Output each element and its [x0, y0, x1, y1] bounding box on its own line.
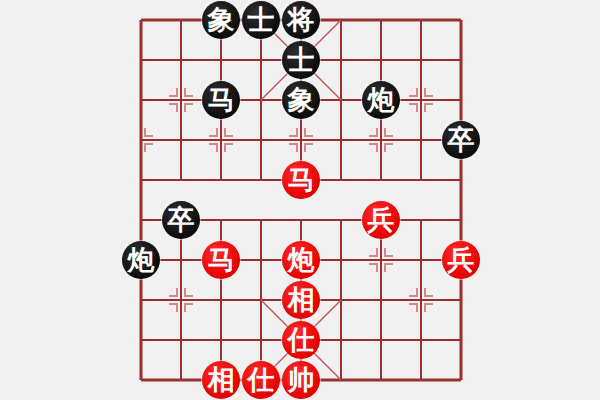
piece-red-soldier[interactable]: 兵	[362, 201, 400, 239]
piece-red-horse[interactable]: 马	[202, 241, 240, 279]
piece-black-soldier[interactable]: 卒	[442, 121, 480, 159]
pieces-layer: 象士将士马象炮卒马卒兵炮马炮兵相仕相仕帅	[0, 0, 600, 400]
piece-black-advisor[interactable]: 士	[242, 1, 280, 39]
piece-red-cannon[interactable]: 炮	[282, 241, 320, 279]
piece-black-cannon[interactable]: 炮	[122, 241, 160, 279]
piece-black-cannon[interactable]: 炮	[362, 81, 400, 119]
piece-red-soldier[interactable]: 兵	[442, 241, 480, 279]
piece-black-elephant[interactable]: 象	[282, 81, 320, 119]
piece-red-general[interactable]: 帅	[282, 361, 320, 399]
piece-red-advisor[interactable]: 仕	[242, 361, 280, 399]
piece-black-soldier[interactable]: 卒	[162, 201, 200, 239]
piece-red-advisor[interactable]: 仕	[282, 321, 320, 359]
piece-red-elephant[interactable]: 相	[282, 281, 320, 319]
piece-black-general[interactable]: 将	[282, 1, 320, 39]
piece-black-horse[interactable]: 马	[202, 81, 240, 119]
piece-red-horse[interactable]: 马	[282, 161, 320, 199]
xiangqi-diagram: 象士将士马象炮卒马卒兵炮马炮兵相仕相仕帅	[0, 0, 600, 400]
piece-black-elephant[interactable]: 象	[202, 1, 240, 39]
piece-black-advisor[interactable]: 士	[282, 41, 320, 79]
piece-red-elephant[interactable]: 相	[202, 361, 240, 399]
